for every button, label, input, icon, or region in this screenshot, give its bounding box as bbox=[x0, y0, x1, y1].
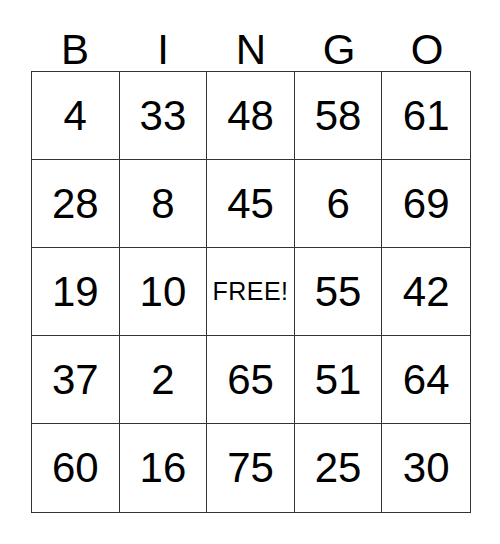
header-letter-b: B bbox=[61, 29, 89, 71]
header-letter-n: N bbox=[236, 29, 266, 71]
bingo-cell-r5c2[interactable]: 16 bbox=[120, 424, 208, 512]
bingo-cell-r4c4[interactable]: 51 bbox=[295, 336, 383, 424]
bingo-cell-r4c2[interactable]: 2 bbox=[120, 336, 208, 424]
header-letter-o: O bbox=[411, 29, 444, 71]
bingo-cell-r3c1[interactable]: 19 bbox=[32, 248, 120, 336]
bingo-board: 4 33 48 58 61 28 8 45 6 69 19 10 FREE! 5… bbox=[31, 71, 471, 513]
bingo-cell-r4c3[interactable]: 65 bbox=[207, 336, 295, 424]
free-cell[interactable]: FREE! bbox=[207, 248, 295, 336]
bingo-cell-r5c5[interactable]: 30 bbox=[382, 424, 470, 512]
bingo-cell-r2c5[interactable]: 69 bbox=[382, 160, 470, 248]
bingo-cell-r1c5[interactable]: 61 bbox=[382, 72, 470, 160]
bingo-cell-r2c2[interactable]: 8 bbox=[120, 160, 208, 248]
bingo-cell-r5c3[interactable]: 75 bbox=[207, 424, 295, 512]
bingo-cell-r3c4[interactable]: 55 bbox=[295, 248, 383, 336]
bingo-cell-r4c1[interactable]: 37 bbox=[32, 336, 120, 424]
bingo-cell-r2c4[interactable]: 6 bbox=[295, 160, 383, 248]
bingo-cell-r1c4[interactable]: 58 bbox=[295, 72, 383, 160]
bingo-cell-r1c1[interactable]: 4 bbox=[32, 72, 120, 160]
bingo-cell-r1c2[interactable]: 33 bbox=[120, 72, 208, 160]
header-letter-i: I bbox=[157, 29, 169, 71]
bingo-cell-r2c3[interactable]: 45 bbox=[207, 160, 295, 248]
bingo-cell-r3c2[interactable]: 10 bbox=[120, 248, 208, 336]
bingo-cell-r5c1[interactable]: 60 bbox=[32, 424, 120, 512]
header-letter-g: G bbox=[323, 29, 356, 71]
bingo-cell-r3c5[interactable]: 42 bbox=[382, 248, 470, 336]
bingo-cell-r1c3[interactable]: 48 bbox=[207, 72, 295, 160]
bingo-cell-r2c1[interactable]: 28 bbox=[32, 160, 120, 248]
bingo-cell-r4c5[interactable]: 64 bbox=[382, 336, 470, 424]
bingo-cell-r5c4[interactable]: 25 bbox=[295, 424, 383, 512]
bingo-card: B I N G O 4 33 48 58 61 28 8 45 6 69 19 … bbox=[31, 14, 471, 513]
bingo-header: B I N G O bbox=[31, 14, 471, 71]
